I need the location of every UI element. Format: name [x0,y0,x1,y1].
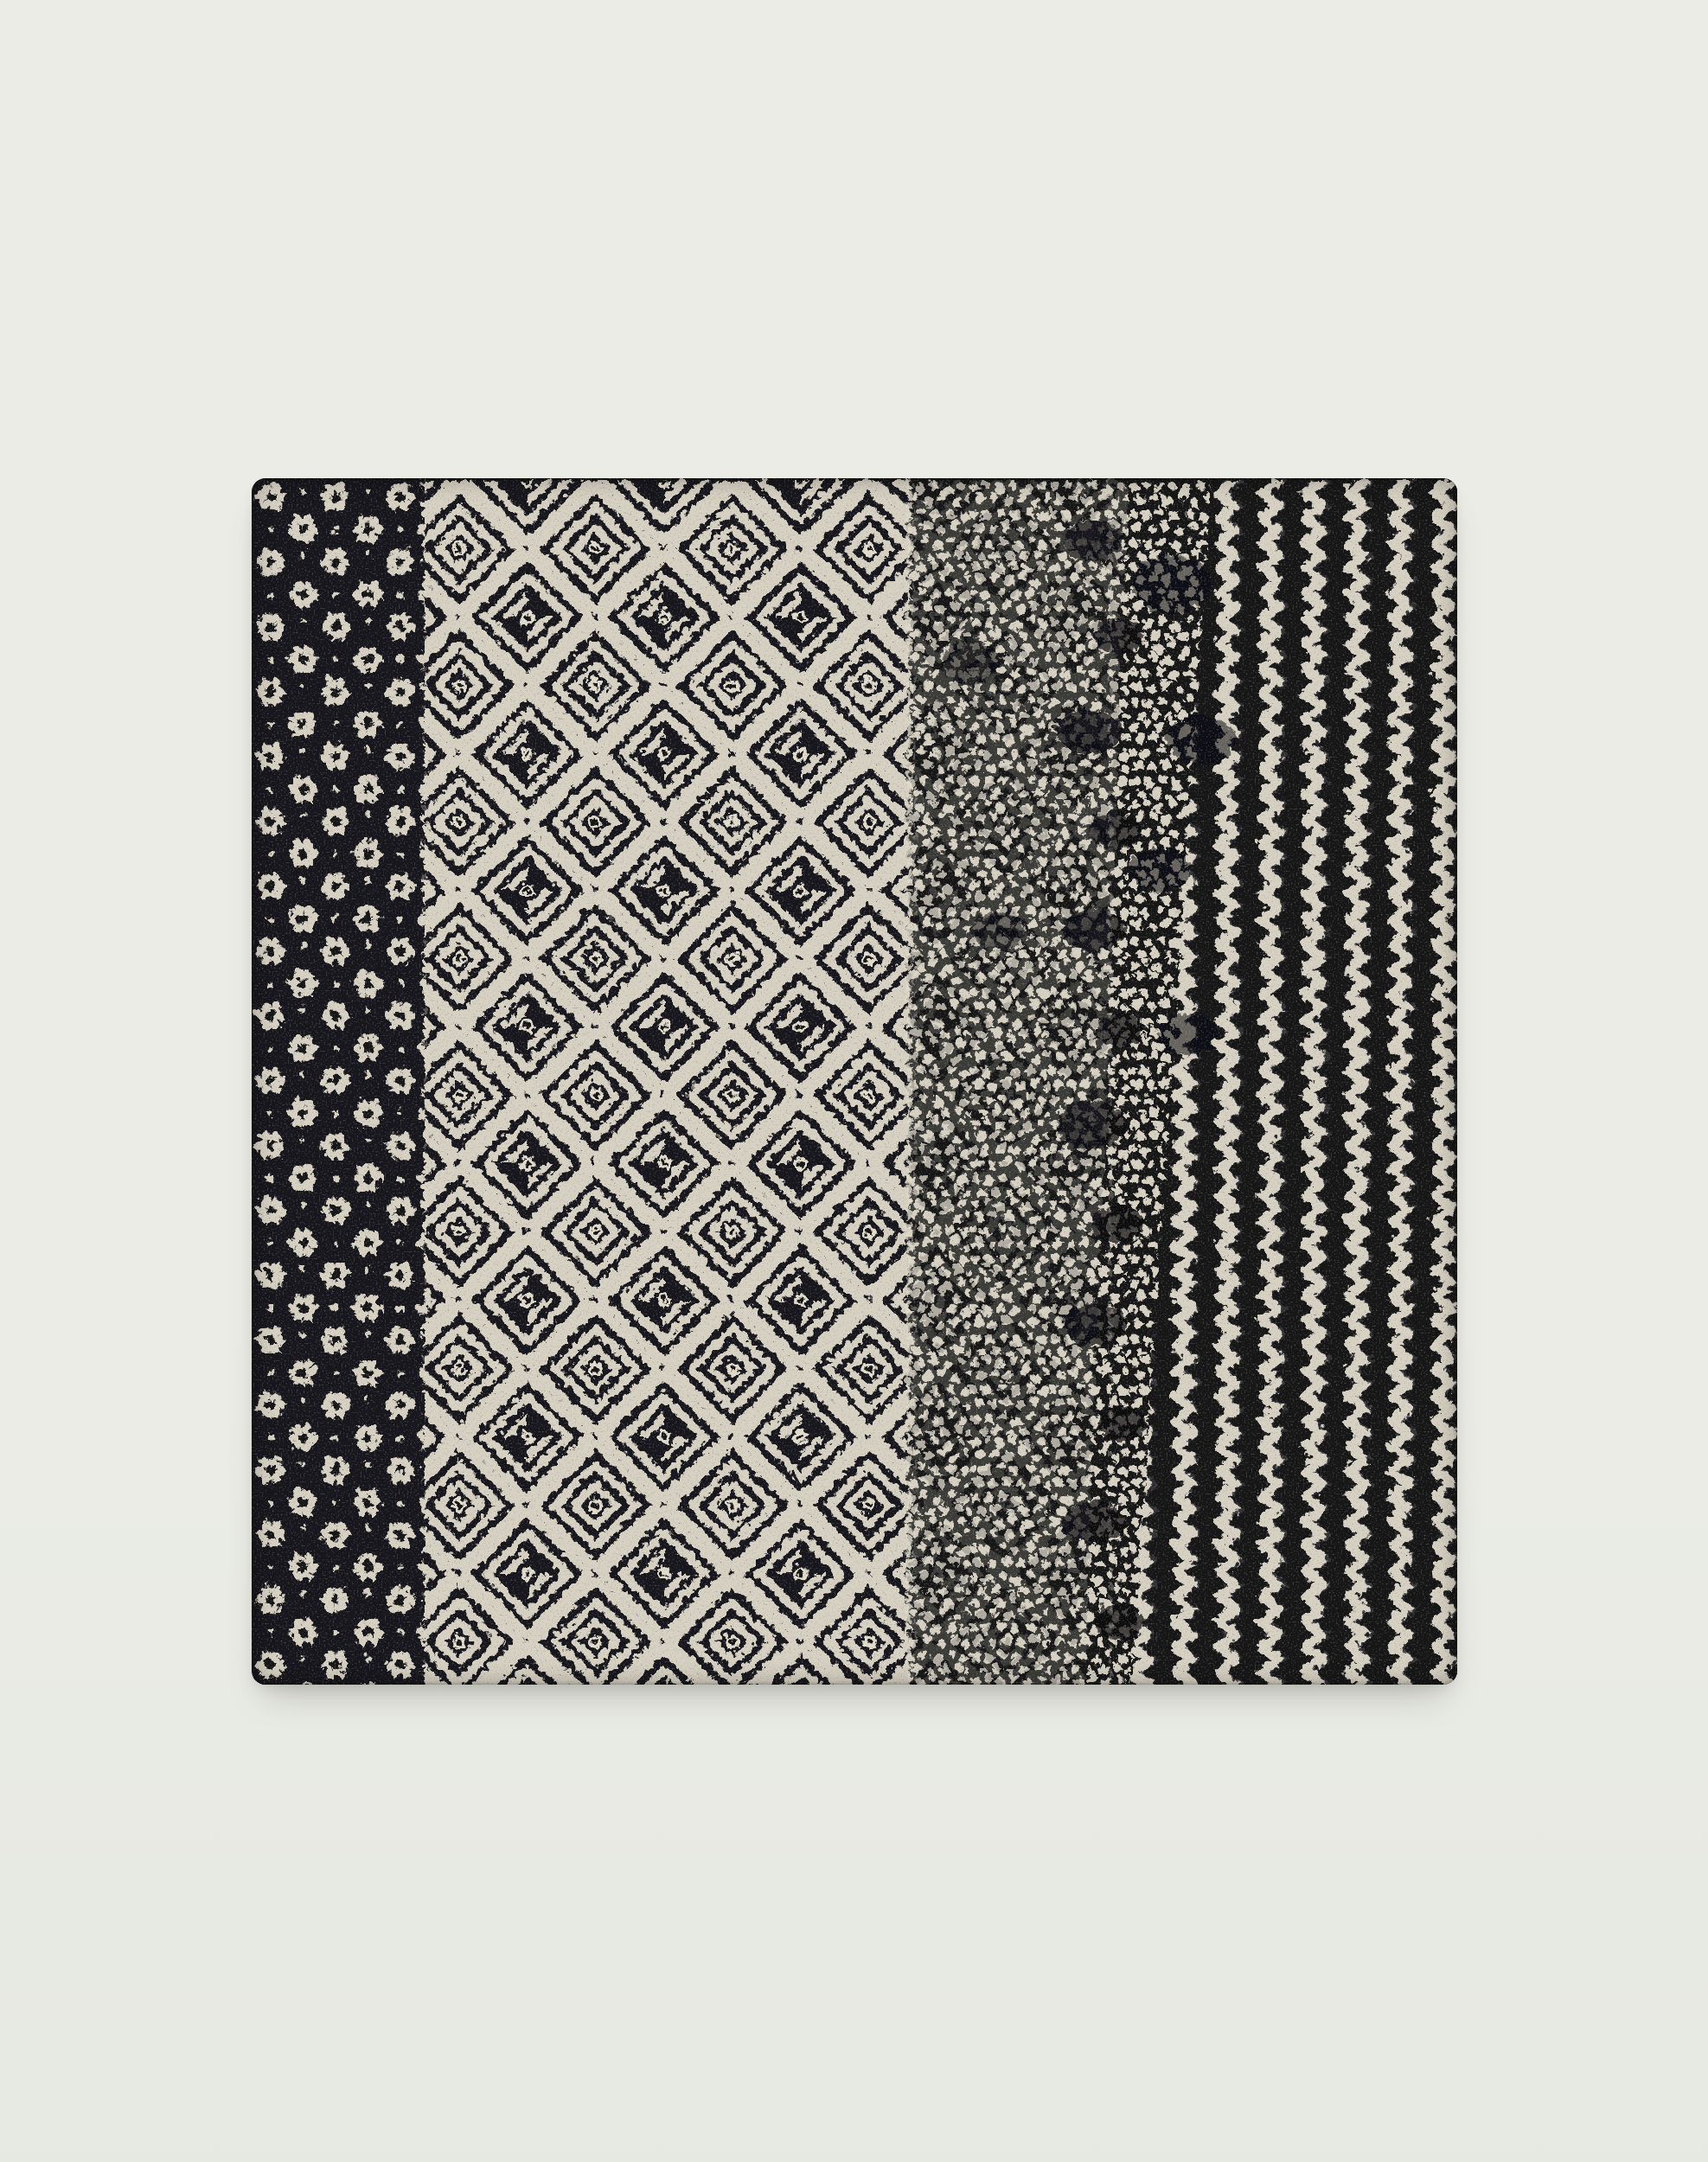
photo-background [0,0,1708,2162]
fabric-swatch [252,478,1457,1685]
grain-shadow-overlay [252,478,1457,1685]
woven-pattern [252,478,1457,1685]
